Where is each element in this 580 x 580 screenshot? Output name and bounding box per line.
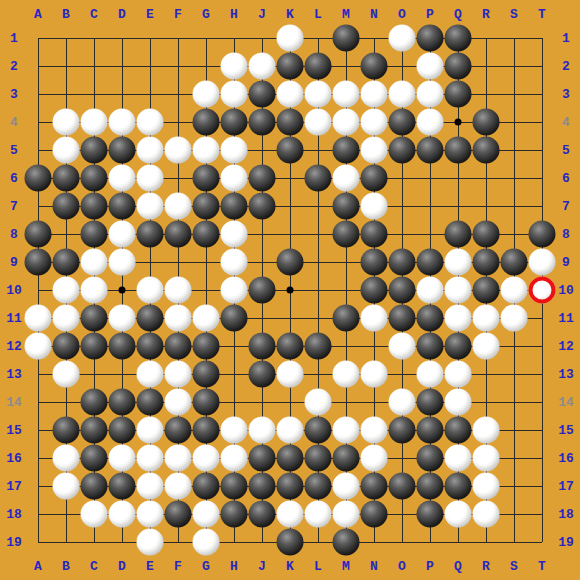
- row-label-right-13: 13: [558, 368, 574, 381]
- stone-white: [81, 249, 108, 276]
- row-label-right-16: 16: [558, 452, 574, 465]
- row-label-right-5: 5: [562, 144, 570, 157]
- stone-white: [109, 109, 136, 136]
- stone-white: [361, 417, 388, 444]
- stone-white: [529, 249, 556, 276]
- col-label-bottom-A: A: [34, 560, 42, 573]
- stone-white: [53, 473, 80, 500]
- stone-white: [193, 305, 220, 332]
- stone-black: [333, 305, 360, 332]
- stone-black: [277, 109, 304, 136]
- col-label-top-B: B: [62, 8, 70, 21]
- row-label-right-19: 19: [558, 536, 574, 549]
- row-label-right-8: 8: [562, 228, 570, 241]
- stone-black: [249, 445, 276, 472]
- stone-white: [389, 81, 416, 108]
- stone-black: [417, 473, 444, 500]
- stone-white: [333, 473, 360, 500]
- stone-white: [361, 361, 388, 388]
- stone-white: [221, 53, 248, 80]
- stone-white: [221, 445, 248, 472]
- col-label-bottom-S: S: [510, 560, 518, 573]
- stone-black: [165, 221, 192, 248]
- stone-white: [193, 137, 220, 164]
- stone-white: [137, 361, 164, 388]
- stone-black: [445, 137, 472, 164]
- stone-white: [221, 277, 248, 304]
- stone-black: [193, 221, 220, 248]
- row-label-right-4: 4: [562, 116, 570, 129]
- row-label-left-5: 5: [10, 144, 18, 157]
- stone-black: [389, 249, 416, 276]
- row-label-left-16: 16: [6, 452, 22, 465]
- stone-white: [445, 361, 472, 388]
- row-label-right-14: 14: [558, 396, 574, 409]
- stone-black: [473, 277, 500, 304]
- stone-white: [305, 389, 332, 416]
- stone-black: [473, 137, 500, 164]
- last-move-marker: [529, 277, 556, 304]
- col-label-top-A: A: [34, 8, 42, 21]
- stone-white: [221, 221, 248, 248]
- stone-black: [249, 109, 276, 136]
- row-label-left-19: 19: [6, 536, 22, 549]
- col-label-top-P: P: [426, 8, 434, 21]
- col-label-bottom-E: E: [146, 560, 154, 573]
- stone-white: [445, 305, 472, 332]
- stone-black: [249, 165, 276, 192]
- stone-black: [249, 473, 276, 500]
- stone-black: [333, 445, 360, 472]
- stone-white: [193, 529, 220, 556]
- stone-white: [25, 333, 52, 360]
- stone-black: [417, 25, 444, 52]
- stone-black: [277, 333, 304, 360]
- stone-black: [445, 333, 472, 360]
- stone-white: [473, 333, 500, 360]
- stone-black: [473, 221, 500, 248]
- stone-black: [165, 333, 192, 360]
- stone-white: [305, 501, 332, 528]
- row-label-right-17: 17: [558, 480, 574, 493]
- stone-white: [165, 305, 192, 332]
- stone-black: [417, 445, 444, 472]
- row-label-left-3: 3: [10, 88, 18, 101]
- col-label-bottom-P: P: [426, 560, 434, 573]
- stone-black: [445, 221, 472, 248]
- row-label-left-8: 8: [10, 228, 18, 241]
- row-label-left-2: 2: [10, 60, 18, 73]
- stone-black: [249, 277, 276, 304]
- row-label-left-10: 10: [6, 284, 22, 297]
- stone-white: [109, 221, 136, 248]
- stone-black: [305, 417, 332, 444]
- stone-black: [109, 137, 136, 164]
- stone-black: [81, 389, 108, 416]
- stone-black: [305, 333, 332, 360]
- stone-black: [389, 417, 416, 444]
- col-label-top-E: E: [146, 8, 154, 21]
- stone-black: [81, 333, 108, 360]
- stone-white: [109, 445, 136, 472]
- stone-black: [417, 501, 444, 528]
- stone-black: [445, 25, 472, 52]
- stone-black: [53, 193, 80, 220]
- col-label-bottom-L: L: [314, 560, 322, 573]
- col-label-top-H: H: [230, 8, 238, 21]
- stone-black: [221, 473, 248, 500]
- stone-black: [81, 137, 108, 164]
- stone-black: [193, 165, 220, 192]
- stone-black: [417, 333, 444, 360]
- stone-black: [193, 109, 220, 136]
- row-label-right-15: 15: [558, 424, 574, 437]
- stone-black: [417, 249, 444, 276]
- stone-white: [53, 109, 80, 136]
- stone-white: [333, 417, 360, 444]
- star-point: [287, 287, 294, 294]
- col-label-top-C: C: [90, 8, 98, 21]
- stone-black: [389, 473, 416, 500]
- stone-white: [81, 501, 108, 528]
- stone-white: [361, 193, 388, 220]
- stone-white: [333, 501, 360, 528]
- stone-black: [333, 221, 360, 248]
- stone-white: [473, 417, 500, 444]
- col-label-top-Q: Q: [454, 8, 462, 21]
- stone-white: [445, 389, 472, 416]
- stone-black: [389, 305, 416, 332]
- stone-white: [193, 501, 220, 528]
- stone-white: [417, 109, 444, 136]
- col-label-bottom-G: G: [202, 560, 210, 573]
- row-label-left-14: 14: [6, 396, 22, 409]
- col-label-top-L: L: [314, 8, 322, 21]
- stone-black: [137, 305, 164, 332]
- stone-black: [445, 53, 472, 80]
- stone-white: [165, 445, 192, 472]
- stone-white: [221, 417, 248, 444]
- stone-white: [109, 249, 136, 276]
- stone-black: [361, 473, 388, 500]
- stone-white: [193, 445, 220, 472]
- stone-black: [389, 137, 416, 164]
- stone-black: [473, 249, 500, 276]
- stone-black: [81, 473, 108, 500]
- stone-black: [109, 193, 136, 220]
- stone-white: [361, 81, 388, 108]
- stone-black: [333, 193, 360, 220]
- stone-white: [277, 81, 304, 108]
- stone-black: [333, 137, 360, 164]
- stone-black: [249, 81, 276, 108]
- stone-white: [81, 277, 108, 304]
- stone-black: [249, 193, 276, 220]
- stone-white: [53, 305, 80, 332]
- row-label-left-17: 17: [6, 480, 22, 493]
- col-label-bottom-R: R: [482, 560, 490, 573]
- stone-white: [165, 137, 192, 164]
- row-label-left-11: 11: [6, 312, 22, 325]
- stone-white: [361, 305, 388, 332]
- col-label-bottom-B: B: [62, 560, 70, 573]
- col-label-bottom-H: H: [230, 560, 238, 573]
- stone-white: [333, 165, 360, 192]
- stone-white: [445, 501, 472, 528]
- stone-white: [53, 277, 80, 304]
- stone-black: [305, 165, 332, 192]
- stone-black: [445, 81, 472, 108]
- stone-black: [473, 109, 500, 136]
- stone-black: [81, 165, 108, 192]
- stone-white: [249, 417, 276, 444]
- stone-white: [445, 277, 472, 304]
- stone-black: [53, 417, 80, 444]
- col-label-top-F: F: [174, 8, 182, 21]
- stone-white: [249, 53, 276, 80]
- stone-black: [305, 473, 332, 500]
- stone-black: [249, 333, 276, 360]
- stone-black: [193, 417, 220, 444]
- stone-black: [277, 445, 304, 472]
- stone-white: [389, 389, 416, 416]
- stone-white: [165, 193, 192, 220]
- col-label-top-G: G: [202, 8, 210, 21]
- stone-black: [361, 501, 388, 528]
- stone-white: [137, 417, 164, 444]
- stone-white: [361, 445, 388, 472]
- stone-black: [193, 361, 220, 388]
- stone-white: [389, 25, 416, 52]
- stone-white: [165, 389, 192, 416]
- stone-white: [137, 137, 164, 164]
- stone-white: [501, 305, 528, 332]
- stone-black: [221, 305, 248, 332]
- row-label-left-6: 6: [10, 172, 18, 185]
- stone-white: [333, 109, 360, 136]
- stone-black: [221, 193, 248, 220]
- stone-black: [361, 277, 388, 304]
- stone-black: [193, 473, 220, 500]
- row-label-right-6: 6: [562, 172, 570, 185]
- stone-black: [417, 137, 444, 164]
- row-label-left-9: 9: [10, 256, 18, 269]
- stone-black: [333, 529, 360, 556]
- stone-black: [81, 445, 108, 472]
- stone-white: [165, 277, 192, 304]
- stone-white: [501, 277, 528, 304]
- row-label-left-15: 15: [6, 424, 22, 437]
- col-label-bottom-K: K: [286, 560, 294, 573]
- stone-black: [361, 165, 388, 192]
- stone-white: [137, 277, 164, 304]
- stone-black: [305, 445, 332, 472]
- col-label-top-O: O: [398, 8, 406, 21]
- stone-black: [389, 109, 416, 136]
- stone-white: [165, 361, 192, 388]
- star-point: [119, 287, 126, 294]
- stone-white: [137, 193, 164, 220]
- stone-white: [109, 305, 136, 332]
- stone-white: [389, 333, 416, 360]
- stone-black: [81, 221, 108, 248]
- stone-black: [277, 473, 304, 500]
- row-label-left-1: 1: [10, 32, 18, 45]
- stone-white: [333, 81, 360, 108]
- stone-white: [137, 109, 164, 136]
- row-label-right-7: 7: [562, 200, 570, 213]
- row-label-right-11: 11: [558, 312, 574, 325]
- stone-white: [417, 53, 444, 80]
- star-point: [455, 119, 462, 126]
- row-label-right-10: 10: [558, 284, 574, 297]
- col-label-bottom-J: J: [258, 560, 266, 573]
- stone-white: [277, 417, 304, 444]
- row-label-right-9: 9: [562, 256, 570, 269]
- stone-white: [109, 501, 136, 528]
- stone-black: [277, 53, 304, 80]
- stone-black: [249, 361, 276, 388]
- col-label-bottom-M: M: [342, 560, 350, 573]
- row-label-left-18: 18: [6, 508, 22, 521]
- stone-white: [137, 501, 164, 528]
- stone-black: [109, 333, 136, 360]
- stone-white: [221, 137, 248, 164]
- stone-white: [277, 361, 304, 388]
- stone-white: [445, 249, 472, 276]
- stone-white: [361, 109, 388, 136]
- stone-black: [361, 53, 388, 80]
- col-label-bottom-T: T: [538, 560, 546, 573]
- stone-black: [277, 137, 304, 164]
- stone-white: [473, 501, 500, 528]
- stone-black: [193, 389, 220, 416]
- row-label-right-12: 12: [558, 340, 574, 353]
- stone-white: [417, 81, 444, 108]
- col-label-top-R: R: [482, 8, 490, 21]
- stone-black: [445, 417, 472, 444]
- row-label-right-1: 1: [562, 32, 570, 45]
- stone-white: [417, 361, 444, 388]
- stone-white: [221, 81, 248, 108]
- stone-black: [389, 277, 416, 304]
- stone-black: [529, 221, 556, 248]
- col-label-top-M: M: [342, 8, 350, 21]
- stone-white: [445, 445, 472, 472]
- stone-black: [501, 249, 528, 276]
- row-label-left-7: 7: [10, 200, 18, 213]
- stone-white: [277, 25, 304, 52]
- stone-white: [361, 137, 388, 164]
- stone-black: [53, 333, 80, 360]
- stone-white: [53, 445, 80, 472]
- row-label-left-12: 12: [6, 340, 22, 353]
- col-label-bottom-D: D: [118, 560, 126, 573]
- stone-black: [165, 501, 192, 528]
- stone-white: [221, 165, 248, 192]
- stone-white: [473, 305, 500, 332]
- stone-black: [25, 249, 52, 276]
- stone-white: [473, 473, 500, 500]
- col-label-top-J: J: [258, 8, 266, 21]
- col-label-top-T: T: [538, 8, 546, 21]
- stone-white: [333, 361, 360, 388]
- stone-black: [137, 333, 164, 360]
- stone-black: [221, 109, 248, 136]
- stone-black: [417, 305, 444, 332]
- stone-white: [25, 305, 52, 332]
- stone-black: [137, 389, 164, 416]
- stone-black: [81, 193, 108, 220]
- stone-black: [305, 53, 332, 80]
- go-board[interactable]: AABBCCDDEEFFGGHHJJKKLLMMNNOOPPQQRRSSTT11…: [0, 0, 580, 580]
- col-label-bottom-Q: Q: [454, 560, 462, 573]
- stone-black: [417, 389, 444, 416]
- row-label-right-18: 18: [558, 508, 574, 521]
- stone-black: [25, 221, 52, 248]
- col-label-top-D: D: [118, 8, 126, 21]
- stone-black: [81, 417, 108, 444]
- row-label-left-4: 4: [10, 116, 18, 129]
- stone-white: [137, 473, 164, 500]
- stone-white: [305, 81, 332, 108]
- stone-black: [53, 165, 80, 192]
- stone-white: [137, 165, 164, 192]
- row-label-right-2: 2: [562, 60, 570, 73]
- stone-black: [361, 221, 388, 248]
- row-label-right-3: 3: [562, 88, 570, 101]
- stone-white: [221, 249, 248, 276]
- stone-black: [277, 249, 304, 276]
- stone-black: [333, 25, 360, 52]
- col-label-top-K: K: [286, 8, 294, 21]
- stone-white: [109, 165, 136, 192]
- stone-black: [137, 221, 164, 248]
- stone-black: [361, 249, 388, 276]
- stone-black: [81, 305, 108, 332]
- stone-black: [53, 249, 80, 276]
- stone-white: [137, 445, 164, 472]
- stone-black: [445, 473, 472, 500]
- stone-white: [81, 109, 108, 136]
- stone-white: [417, 277, 444, 304]
- stone-white: [137, 529, 164, 556]
- stone-black: [109, 417, 136, 444]
- col-label-bottom-N: N: [370, 560, 378, 573]
- col-label-bottom-C: C: [90, 560, 98, 573]
- stone-black: [193, 193, 220, 220]
- stone-white: [277, 501, 304, 528]
- stone-white: [473, 445, 500, 472]
- col-label-top-S: S: [510, 8, 518, 21]
- col-label-bottom-F: F: [174, 560, 182, 573]
- stone-black: [221, 501, 248, 528]
- stone-black: [109, 389, 136, 416]
- row-label-left-13: 13: [6, 368, 22, 381]
- stone-black: [417, 417, 444, 444]
- stone-black: [165, 417, 192, 444]
- stone-black: [249, 501, 276, 528]
- stone-black: [277, 529, 304, 556]
- stone-black: [25, 165, 52, 192]
- stone-white: [193, 81, 220, 108]
- stone-black: [109, 473, 136, 500]
- col-label-top-N: N: [370, 8, 378, 21]
- col-label-bottom-O: O: [398, 560, 406, 573]
- stone-white: [53, 361, 80, 388]
- stone-black: [193, 333, 220, 360]
- stone-white: [53, 137, 80, 164]
